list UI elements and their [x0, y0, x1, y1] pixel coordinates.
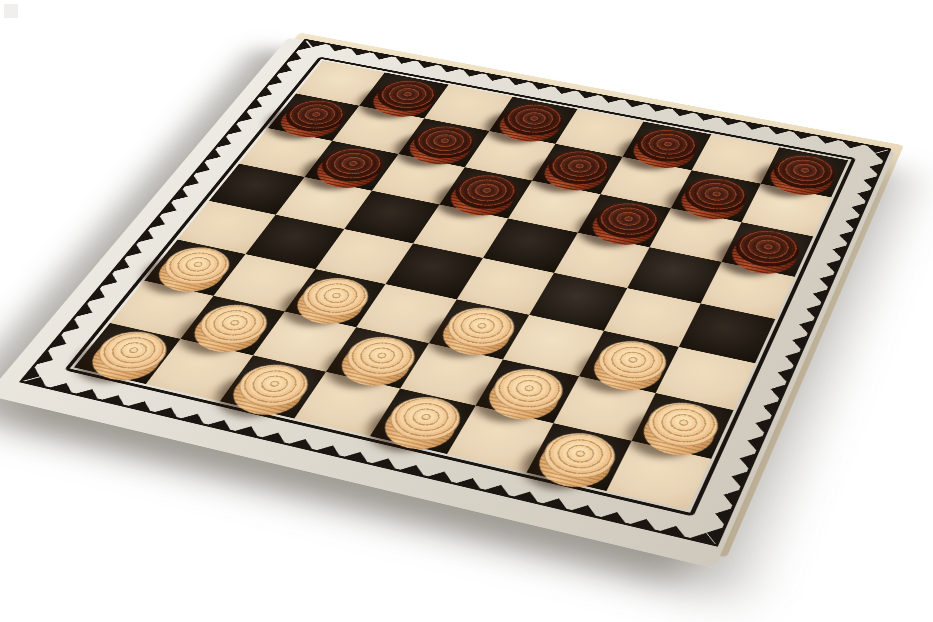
- red-checker[interactable]: [630, 125, 705, 166]
- photo-smudge: [4, 4, 18, 18]
- red-checker[interactable]: [767, 150, 841, 193]
- white-checker[interactable]: [640, 397, 727, 453]
- checkers-board: [3, 33, 904, 558]
- white-checker[interactable]: [534, 427, 624, 485]
- red-checker[interactable]: [729, 225, 807, 272]
- white-checker[interactable]: [484, 363, 571, 417]
- red-checker[interactable]: [678, 174, 754, 218]
- photo-backdrop: [0, 0, 933, 622]
- red-checker[interactable]: [496, 100, 571, 140]
